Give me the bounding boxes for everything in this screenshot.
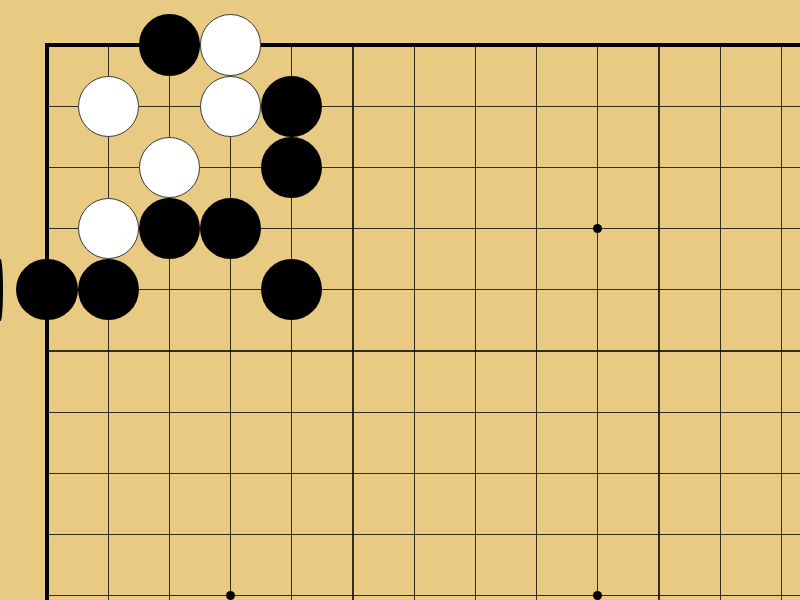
black-stone xyxy=(200,198,261,259)
white-stone xyxy=(78,76,139,137)
black-stone xyxy=(139,198,200,259)
white-stone xyxy=(139,137,200,198)
star-point xyxy=(593,591,602,600)
clipped-stone-left-edge xyxy=(0,259,3,321)
white-stone xyxy=(200,14,261,75)
go-board[interactable] xyxy=(0,0,800,600)
black-stone xyxy=(139,14,200,75)
white-stone xyxy=(78,198,139,259)
star-point xyxy=(226,591,235,600)
black-stone xyxy=(16,259,77,320)
white-stone xyxy=(200,76,261,137)
black-stone xyxy=(261,259,322,320)
stone-layer xyxy=(16,14,800,600)
black-stone xyxy=(261,137,322,198)
star-point xyxy=(593,224,602,233)
black-stone xyxy=(78,259,139,320)
black-stone xyxy=(261,76,322,137)
